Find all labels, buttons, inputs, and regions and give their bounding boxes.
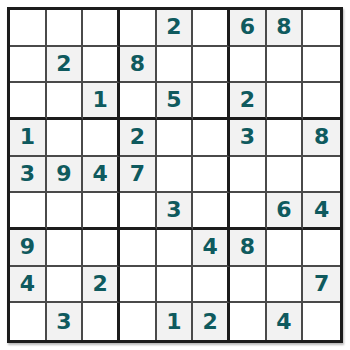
cell-r8c2[interactable] (47, 267, 84, 304)
cell-r4c8[interactable] (267, 120, 304, 157)
cell-r2c9[interactable] (303, 47, 340, 84)
cell-r2c3[interactable] (83, 47, 120, 84)
cell-r2c2[interactable]: 2 (47, 47, 84, 84)
cell-r2c4[interactable]: 8 (120, 47, 157, 84)
cell-r8c5[interactable] (157, 267, 194, 304)
cell-r1c4[interactable] (120, 10, 157, 47)
cell-r8c7[interactable] (230, 267, 267, 304)
cell-r3c9[interactable] (303, 83, 340, 120)
cell-r2c6[interactable] (193, 47, 230, 84)
cell-r5c1[interactable]: 3 (10, 157, 47, 194)
cell-r9c1[interactable] (10, 303, 47, 340)
cell-r3c6[interactable] (193, 83, 230, 120)
cell-r7c9[interactable] (303, 230, 340, 267)
cell-r5c3[interactable]: 4 (83, 157, 120, 194)
cell-r6c1[interactable] (10, 193, 47, 230)
cell-r6c8[interactable]: 6 (267, 193, 304, 230)
cell-r4c9[interactable]: 8 (303, 120, 340, 157)
cell-r6c5[interactable]: 3 (157, 193, 194, 230)
cell-r5c5[interactable] (157, 157, 194, 194)
cell-r2c8[interactable] (267, 47, 304, 84)
cell-r4c5[interactable] (157, 120, 194, 157)
cell-r4c2[interactable] (47, 120, 84, 157)
cell-r9c4[interactable] (120, 303, 157, 340)
cell-r5c2[interactable]: 9 (47, 157, 84, 194)
cell-r7c6[interactable]: 4 (193, 230, 230, 267)
cell-r9c3[interactable] (83, 303, 120, 340)
cell-r4c6[interactable] (193, 120, 230, 157)
cell-r1c7[interactable]: 6 (230, 10, 267, 47)
sudoku-board: 26828152123839473649484273124 (7, 7, 343, 343)
cell-r5c4[interactable]: 7 (120, 157, 157, 194)
cell-r7c7[interactable]: 8 (230, 230, 267, 267)
cell-r7c8[interactable] (267, 230, 304, 267)
cell-r8c1[interactable]: 4 (10, 267, 47, 304)
cell-r8c6[interactable] (193, 267, 230, 304)
cell-r6c3[interactable] (83, 193, 120, 230)
cell-r3c2[interactable] (47, 83, 84, 120)
page: 26828152123839473649484273124 (0, 0, 350, 350)
cell-r7c5[interactable] (157, 230, 194, 267)
cell-r8c8[interactable] (267, 267, 304, 304)
cell-r5c7[interactable] (230, 157, 267, 194)
cell-r8c3[interactable]: 2 (83, 267, 120, 304)
cell-r4c1[interactable]: 1 (10, 120, 47, 157)
cell-r1c9[interactable] (303, 10, 340, 47)
cell-r1c5[interactable]: 2 (157, 10, 194, 47)
cell-r4c7[interactable]: 3 (230, 120, 267, 157)
cell-r3c7[interactable]: 2 (230, 83, 267, 120)
cell-r7c3[interactable] (83, 230, 120, 267)
cell-r1c1[interactable] (10, 10, 47, 47)
cell-r9c8[interactable]: 4 (267, 303, 304, 340)
cell-r6c4[interactable] (120, 193, 157, 230)
cell-r7c2[interactable] (47, 230, 84, 267)
cell-r4c4[interactable]: 2 (120, 120, 157, 157)
cell-r3c5[interactable]: 5 (157, 83, 194, 120)
cell-r1c2[interactable] (47, 10, 84, 47)
cell-r9c9[interactable] (303, 303, 340, 340)
cell-r1c8[interactable]: 8 (267, 10, 304, 47)
cell-r9c5[interactable]: 1 (157, 303, 194, 340)
cell-r8c9[interactable]: 7 (303, 267, 340, 304)
cell-r6c7[interactable] (230, 193, 267, 230)
cell-r2c1[interactable] (10, 47, 47, 84)
cell-r1c3[interactable] (83, 10, 120, 47)
cell-r6c2[interactable] (47, 193, 84, 230)
cell-r5c9[interactable] (303, 157, 340, 194)
cell-r3c3[interactable]: 1 (83, 83, 120, 120)
cell-r1c6[interactable] (193, 10, 230, 47)
cell-r9c2[interactable]: 3 (47, 303, 84, 340)
cell-r3c8[interactable] (267, 83, 304, 120)
cell-r3c1[interactable] (10, 83, 47, 120)
cell-r5c6[interactable] (193, 157, 230, 194)
cell-r9c7[interactable] (230, 303, 267, 340)
cell-r2c7[interactable] (230, 47, 267, 84)
cell-r6c6[interactable] (193, 193, 230, 230)
cell-r7c4[interactable] (120, 230, 157, 267)
cell-r2c5[interactable] (157, 47, 194, 84)
cell-r7c1[interactable]: 9 (10, 230, 47, 267)
cell-r6c9[interactable]: 4 (303, 193, 340, 230)
cell-r9c6[interactable]: 2 (193, 303, 230, 340)
cell-r5c8[interactable] (267, 157, 304, 194)
cell-r4c3[interactable] (83, 120, 120, 157)
cell-r8c4[interactable] (120, 267, 157, 304)
cell-r3c4[interactable] (120, 83, 157, 120)
